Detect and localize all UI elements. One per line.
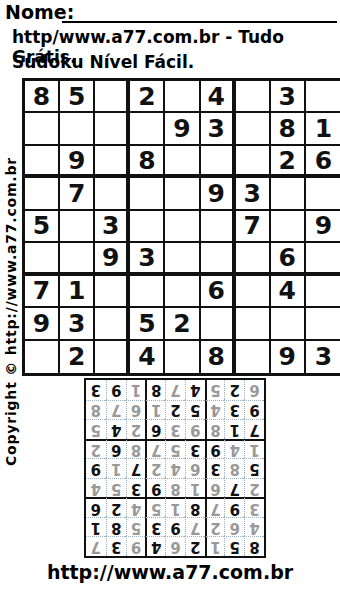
solution-cell-r7c1: 7 xyxy=(244,419,264,439)
solution-cell-r1c5: 6 xyxy=(165,536,185,556)
puzzle-cell-r6c8: 6 xyxy=(271,243,306,275)
puzzle-cell-r3c5 xyxy=(165,146,200,178)
solution-cell-r3c6: 5 xyxy=(145,497,165,517)
solution-cell-r4c1: 2 xyxy=(244,478,264,498)
puzzle-cell-r1c1: 8 xyxy=(25,81,60,113)
puzzle-cell-r8c8 xyxy=(271,308,306,340)
puzzle-cell-r6c6 xyxy=(201,243,236,275)
solution-cell-r2c7: 5 xyxy=(126,517,146,537)
solution-cell-r1c8: 3 xyxy=(106,536,126,556)
puzzle-cell-r4c7: 3 xyxy=(236,178,271,210)
solution-cell-r3c3: 7 xyxy=(205,497,225,517)
puzzle-cell-r1c3 xyxy=(95,81,130,113)
solution-cell-r1c1: 8 xyxy=(244,536,264,556)
puzzle-cell-r9c5 xyxy=(165,341,200,373)
puzzle-cell-r2c8: 8 xyxy=(271,113,306,145)
puzzle-cell-r4c4 xyxy=(130,178,165,210)
solution-cell-r8c2: 3 xyxy=(224,400,244,420)
solution-cell-r1c6: 4 xyxy=(145,536,165,556)
puzzle-cell-r1c8: 3 xyxy=(271,81,306,113)
puzzle-cell-r1c5 xyxy=(165,81,200,113)
puzzle-cell-r2c2 xyxy=(60,113,95,145)
solution-cell-r1c7: 9 xyxy=(126,536,146,556)
puzzle-cell-r1c6: 4 xyxy=(201,81,236,113)
puzzle-cell-r6c5 xyxy=(165,243,200,275)
puzzle-cell-r5c3: 3 xyxy=(95,211,130,243)
puzzle-cell-r4c5 xyxy=(165,178,200,210)
solution-cell-r3c4: 8 xyxy=(185,497,205,517)
puzzle-cell-r2c3 xyxy=(95,113,130,145)
solution-cell-r3c1: 3 xyxy=(244,497,264,517)
puzzle-cell-r7c7 xyxy=(236,276,271,308)
puzzle-cell-r4c6: 9 xyxy=(201,178,236,210)
solution-cell-r6c2: 4 xyxy=(224,439,244,459)
solution-cell-r5c4: 6 xyxy=(185,458,205,478)
solution-cell-r5c3: 3 xyxy=(205,458,225,478)
puzzle-cell-r6c3: 9 xyxy=(95,243,130,275)
puzzle-cell-r3c6 xyxy=(201,146,236,178)
solution-cell-r9c6: 8 xyxy=(145,380,165,400)
puzzle-cell-r7c1: 7 xyxy=(25,276,60,308)
solution-cell-r5c8: 1 xyxy=(106,458,126,478)
puzzle-cell-r8c6 xyxy=(201,308,236,340)
solution-cell-r8c8: 7 xyxy=(106,400,126,420)
solution-cell-r5c1: 5 xyxy=(244,458,264,478)
footer-url: http://www.a77.com.br xyxy=(0,561,340,583)
solution-cell-r6c5: 5 xyxy=(165,439,185,459)
solution-cell-r7c5: 3 xyxy=(165,419,185,439)
sudoku-puzzle-grid: 852439381982679353799367164935224893 xyxy=(22,78,340,376)
puzzle-cell-r5c2 xyxy=(60,211,95,243)
solution-cell-r8c5: 2 xyxy=(165,400,185,420)
solution-cell-r9c7: 1 xyxy=(126,380,146,400)
puzzle-cell-r3c3 xyxy=(95,146,130,178)
puzzle-cell-r9c1 xyxy=(25,341,60,373)
solution-cell-r3c5: 1 xyxy=(165,497,185,517)
solution-cell-r8c3: 4 xyxy=(205,400,225,420)
solution-cell-r7c6: 6 xyxy=(145,419,165,439)
puzzle-cell-r3c8: 2 xyxy=(271,146,306,178)
solution-cell-r4c9: 4 xyxy=(86,478,106,498)
solution-cell-r6c7: 8 xyxy=(126,439,146,459)
solution-cell-r6c3: 9 xyxy=(205,439,225,459)
printable-sudoku-page: Nome: http/www.a77.com.br - Tudo Grátis.… xyxy=(0,0,340,596)
puzzle-cell-r5c9: 9 xyxy=(306,211,340,243)
solution-cell-r3c7: 4 xyxy=(126,497,146,517)
puzzle-cell-r4c3 xyxy=(95,178,130,210)
solution-cell-r9c9: 3 xyxy=(86,380,106,400)
solution-cell-r9c1: 6 xyxy=(244,380,264,400)
puzzle-cell-r7c3 xyxy=(95,276,130,308)
puzzle-cell-r7c5 xyxy=(165,276,200,308)
puzzle-cell-r8c4: 5 xyxy=(130,308,165,340)
puzzle-cell-r3c4: 8 xyxy=(130,146,165,178)
puzzle-cell-r4c2: 7 xyxy=(60,178,95,210)
puzzle-cell-r6c1 xyxy=(25,243,60,275)
solution-cell-r2c5: 9 xyxy=(165,517,185,537)
puzzle-cell-r1c2: 5 xyxy=(60,81,95,113)
puzzle-cell-r8c3 xyxy=(95,308,130,340)
puzzle-cell-r6c7 xyxy=(236,243,271,275)
solution-cell-r1c3: 1 xyxy=(205,536,225,556)
solution-cell-r8c7: 6 xyxy=(126,400,146,420)
puzzle-cell-r8c2: 3 xyxy=(60,308,95,340)
solution-cell-r5c9: 9 xyxy=(86,458,106,478)
solution-cell-r2c1: 4 xyxy=(244,517,264,537)
solution-cell-r5c6: 2 xyxy=(145,458,165,478)
puzzle-cell-r2c1 xyxy=(25,113,60,145)
solution-cell-r4c7: 3 xyxy=(126,478,146,498)
solution-cell-r4c3: 6 xyxy=(205,478,225,498)
puzzle-cell-r4c1 xyxy=(25,178,60,210)
solution-cell-r9c3: 5 xyxy=(205,380,225,400)
puzzle-cell-r8c1: 9 xyxy=(25,308,60,340)
solution-cell-r7c8: 4 xyxy=(106,419,126,439)
solution-cell-r1c9: 7 xyxy=(86,536,106,556)
solution-cell-r7c2: 1 xyxy=(224,419,244,439)
puzzle-cell-r5c7: 7 xyxy=(236,211,271,243)
puzzle-cell-r3c9: 6 xyxy=(306,146,340,178)
name-underline xyxy=(62,2,337,23)
puzzle-cell-r8c9 xyxy=(306,308,340,340)
solution-cell-r4c8: 5 xyxy=(106,478,126,498)
solution-cell-r7c9: 5 xyxy=(86,419,106,439)
solution-cell-r9c8: 9 xyxy=(106,380,126,400)
solution-cell-r3c2: 9 xyxy=(224,497,244,517)
puzzle-cell-r2c7 xyxy=(236,113,271,145)
puzzle-cell-r9c3 xyxy=(95,341,130,373)
solution-cell-r7c4: 9 xyxy=(185,419,205,439)
solution-cell-r4c4: 1 xyxy=(185,478,205,498)
puzzle-cell-r6c4: 3 xyxy=(130,243,165,275)
puzzle-cell-r6c2 xyxy=(60,243,95,275)
solution-cell-r6c6: 7 xyxy=(145,439,165,459)
solution-cell-r2c3: 2 xyxy=(205,517,225,537)
puzzle-cell-r5c5 xyxy=(165,211,200,243)
solution-cell-r6c9: 2 xyxy=(86,439,106,459)
puzzle-cell-r2c5: 9 xyxy=(165,113,200,145)
solution-cell-r4c5: 8 xyxy=(165,478,185,498)
puzzle-cell-r4c9 xyxy=(306,178,340,210)
solution-cell-r9c4: 4 xyxy=(185,380,205,400)
puzzle-cell-r5c6 xyxy=(201,211,236,243)
puzzle-cell-r3c1 xyxy=(25,146,60,178)
puzzle-cell-r9c7 xyxy=(236,341,271,373)
puzzle-cell-r7c9 xyxy=(306,276,340,308)
solution-cell-r7c7: 2 xyxy=(126,419,146,439)
puzzle-cell-r7c2: 1 xyxy=(60,276,95,308)
solution-cell-r3c9: 6 xyxy=(86,497,106,517)
puzzle-cell-r3c2: 9 xyxy=(60,146,95,178)
solution-cell-r2c9: 1 xyxy=(86,517,106,537)
puzzle-cell-r2c4 xyxy=(130,113,165,145)
solution-cell-r2c8: 8 xyxy=(106,517,126,537)
puzzle-cell-r2c6: 3 xyxy=(201,113,236,145)
puzzle-cell-r1c7 xyxy=(236,81,271,113)
solution-cell-r2c6: 3 xyxy=(145,517,165,537)
puzzle-level-title: Sudoku Nível Fácil. xyxy=(12,52,194,72)
solution-cell-r9c5: 7 xyxy=(165,380,185,400)
solution-cell-r5c5: 4 xyxy=(165,458,185,478)
solution-cell-r8c6: 1 xyxy=(145,400,165,420)
solution-cell-r8c4: 5 xyxy=(185,400,205,420)
puzzle-cell-r2c9: 1 xyxy=(306,113,340,145)
puzzle-cell-r9c6: 8 xyxy=(201,341,236,373)
solution-cell-r1c4: 2 xyxy=(185,536,205,556)
puzzle-cell-r9c9: 3 xyxy=(306,341,340,373)
solution-cell-r6c1: 1 xyxy=(244,439,264,459)
puzzle-cell-r7c6: 6 xyxy=(201,276,236,308)
puzzle-cell-r1c4: 2 xyxy=(130,81,165,113)
solution-cell-r5c7: 7 xyxy=(126,458,146,478)
solution-cell-r9c2: 2 xyxy=(224,380,244,400)
puzzle-cell-r5c8 xyxy=(271,211,306,243)
puzzle-cell-r6c9 xyxy=(306,243,340,275)
puzzle-cell-r9c8: 9 xyxy=(271,341,306,373)
solution-cell-r2c2: 6 xyxy=(224,517,244,537)
solution-cell-r5c2: 8 xyxy=(224,458,244,478)
solution-cell-r8c1: 9 xyxy=(244,400,264,420)
solution-cell-r3c8: 2 xyxy=(106,497,126,517)
solution-cell-r4c2: 7 xyxy=(224,478,244,498)
puzzle-cell-r8c7 xyxy=(236,308,271,340)
solution-cell-r2c4: 7 xyxy=(185,517,205,537)
puzzle-cell-r9c4: 4 xyxy=(130,341,165,373)
solution-cell-r8c9: 8 xyxy=(86,400,106,420)
puzzle-cell-r3c7 xyxy=(236,146,271,178)
puzzle-cell-r7c4 xyxy=(130,276,165,308)
puzzle-cell-r8c5: 2 xyxy=(165,308,200,340)
puzzle-cell-r5c4 xyxy=(130,211,165,243)
puzzle-cell-r4c8 xyxy=(271,178,306,210)
puzzle-cell-r1c9 xyxy=(306,81,340,113)
solution-cell-r7c3: 8 xyxy=(205,419,225,439)
solution-cell-r6c8: 6 xyxy=(106,439,126,459)
copyright-vertical-text: Copyright © http://www.a77.com.br xyxy=(3,157,19,466)
puzzle-cell-r7c8: 4 xyxy=(271,276,306,308)
solution-cell-r4c6: 9 xyxy=(145,478,165,498)
puzzle-cell-r9c2: 2 xyxy=(60,341,95,373)
puzzle-cell-r5c1: 5 xyxy=(25,211,60,243)
sudoku-solution-grid-rotated: 8512649374627935813978154262761893545836… xyxy=(84,378,266,558)
solution-cell-r6c4: 3 xyxy=(185,439,205,459)
solution-cell-r1c2: 5 xyxy=(224,536,244,556)
